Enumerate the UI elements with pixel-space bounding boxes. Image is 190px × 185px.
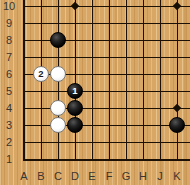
intersection-D3[interactable] [67, 117, 84, 134]
stone-white-B6-move-2: 2 [33, 66, 49, 82]
column-label-E: E [84, 170, 101, 183]
go-board[interactable]: 12 [16, 0, 186, 168]
stone-black-D4 [67, 100, 83, 116]
column-label-G: G [118, 170, 135, 183]
intersection-C4[interactable] [50, 100, 67, 117]
intersection-C3[interactable] [50, 117, 67, 134]
row-label-3: 3 [0, 119, 18, 131]
row-label-7: 7 [0, 51, 18, 63]
intersection-D4[interactable] [67, 100, 84, 117]
row-label-10: 10 [0, 0, 18, 12]
stone-black-C8 [50, 32, 66, 48]
stone-white-C4 [50, 100, 66, 116]
intersection-B6[interactable]: 2 [33, 66, 50, 83]
row-label-6: 6 [0, 68, 18, 80]
row-label-1: 1 [0, 153, 18, 165]
go-board-diagram: 12 10987654321 ABCDEFGHJK [0, 0, 190, 185]
column-label-K: K [169, 170, 186, 183]
stone-white-C6 [50, 66, 66, 82]
column-label-F: F [101, 170, 118, 183]
row-label-2: 2 [0, 136, 18, 148]
intersection-C8[interactable] [50, 32, 67, 49]
column-label-A: A [16, 170, 33, 183]
row-label-9: 9 [0, 17, 18, 29]
stone-black-K3 [169, 117, 185, 133]
intersection-D5[interactable]: 1 [67, 83, 84, 100]
intersection-C6[interactable] [50, 66, 67, 83]
column-label-D: D [67, 170, 84, 183]
stone-black-D3 [67, 117, 83, 133]
column-label-J: J [152, 170, 169, 183]
stone-black-D5-move-1: 1 [67, 83, 83, 99]
column-label-C: C [50, 170, 67, 183]
row-label-4: 4 [0, 102, 18, 114]
column-label-H: H [135, 170, 152, 183]
stone-white-C3 [50, 117, 66, 133]
row-label-5: 5 [0, 85, 18, 97]
column-label-B: B [33, 170, 50, 183]
intersection-K3[interactable] [169, 117, 186, 134]
row-label-8: 8 [0, 34, 18, 46]
